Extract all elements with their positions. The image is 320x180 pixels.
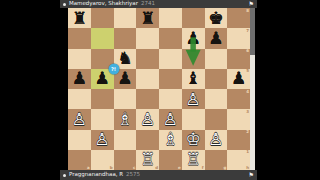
- square-e3[interactable]: ♙: [159, 109, 182, 129]
- black-king-g8[interactable]: ♚: [208, 10, 223, 27]
- square-h8[interactable]: 8: [227, 8, 250, 28]
- square-a8[interactable]: ♜: [68, 8, 91, 28]
- square-e1[interactable]: e: [159, 150, 182, 170]
- square-c2[interactable]: [114, 130, 137, 150]
- white-pawn-g2[interactable]: ♙: [208, 131, 223, 148]
- square-h1[interactable]: 1h: [227, 150, 250, 170]
- square-g8[interactable]: ♚: [205, 8, 228, 28]
- bottom-player-name[interactable]: Praggnanandhaa, R: [69, 172, 123, 178]
- square-h7[interactable]: 7: [227, 28, 250, 48]
- square-h2[interactable]: 2: [227, 130, 250, 150]
- square-h5[interactable]: 5♟: [227, 69, 250, 89]
- black-pawn-f7[interactable]: ♟: [186, 30, 201, 47]
- black-pawn-g7[interactable]: ♟: [208, 30, 223, 47]
- square-h6[interactable]: 6: [227, 49, 250, 69]
- square-b3[interactable]: [91, 109, 114, 129]
- square-g6[interactable]: [205, 49, 228, 69]
- square-d2[interactable]: [136, 130, 159, 150]
- scrollbar-track: [250, 55, 255, 170]
- square-g5[interactable]: [205, 69, 228, 89]
- square-e7[interactable]: [159, 28, 182, 48]
- square-e8[interactable]: [159, 8, 182, 28]
- top-player-bar: Mamedyarov, Shakhriyar 2741 ⚑: [60, 0, 257, 8]
- square-a2[interactable]: [68, 130, 91, 150]
- square-a1[interactable]: a: [68, 150, 91, 170]
- square-g1[interactable]: g: [205, 150, 228, 170]
- black-knight-c6[interactable]: ♞: [117, 50, 132, 67]
- square-d8[interactable]: ♜: [136, 8, 159, 28]
- white-king-f2[interactable]: ♔: [186, 131, 201, 148]
- bottom-player-rating: 2575: [126, 172, 140, 178]
- file-coordinate: b: [110, 166, 113, 170]
- square-a4[interactable]: [68, 89, 91, 109]
- square-g4[interactable]: [205, 89, 228, 109]
- square-d5[interactable]: [136, 69, 159, 89]
- black-pawn-h5[interactable]: ♟: [231, 70, 246, 87]
- square-h3[interactable]: 3: [227, 109, 250, 129]
- square-d1[interactable]: d♖: [136, 150, 159, 170]
- square-g3[interactable]: [205, 109, 228, 129]
- white-bishop-c3[interactable]: ♗: [117, 111, 132, 128]
- white-bishop-e2[interactable]: ♗: [163, 131, 178, 148]
- file-coordinate: g: [223, 166, 226, 170]
- file-coordinate: h: [246, 166, 249, 170]
- square-c1[interactable]: c: [114, 150, 137, 170]
- rank-coordinate: 1: [246, 150, 249, 154]
- square-f5[interactable]: ♝: [182, 69, 205, 89]
- square-a5[interactable]: ♟: [68, 69, 91, 89]
- rank-coordinate: 6: [246, 49, 249, 53]
- square-f6[interactable]: [182, 49, 205, 69]
- top-player-name[interactable]: Mamedyarov, Shakhriyar: [69, 1, 138, 7]
- white-pawn-d3[interactable]: ♙: [140, 111, 155, 128]
- player-color-icon: [63, 3, 66, 6]
- square-f1[interactable]: f♖: [182, 150, 205, 170]
- white-pawn-a3[interactable]: ♙: [72, 111, 87, 128]
- file-coordinate: c: [133, 166, 135, 170]
- square-c4[interactable]: [114, 89, 137, 109]
- square-e5[interactable]: [159, 69, 182, 89]
- file-coordinate: d: [155, 166, 158, 170]
- white-pawn-b2[interactable]: ♙: [95, 131, 110, 148]
- rank-coordinate: 4: [246, 90, 249, 94]
- square-c8[interactable]: [114, 8, 137, 28]
- white-pawn-e3[interactable]: ♙: [163, 111, 178, 128]
- black-rook-a8[interactable]: ♜: [72, 10, 87, 27]
- square-a7[interactable]: [68, 28, 91, 48]
- black-rook-d8[interactable]: ♜: [140, 10, 155, 27]
- white-rook-f1[interactable]: ♖: [186, 151, 201, 168]
- black-pawn-b5[interactable]: ♟: [95, 70, 110, 87]
- square-d4[interactable]: [136, 89, 159, 109]
- square-f7[interactable]: ♟: [182, 28, 205, 48]
- rank-coordinate: 3: [246, 110, 249, 114]
- square-a3[interactable]: ♙: [68, 109, 91, 129]
- square-f8[interactable]: [182, 8, 205, 28]
- square-a6[interactable]: [68, 49, 91, 69]
- square-g2[interactable]: ♙: [205, 130, 228, 150]
- square-h4[interactable]: 4: [227, 89, 250, 109]
- square-f4[interactable]: ♙: [182, 89, 205, 109]
- square-c3[interactable]: ♗: [114, 109, 137, 129]
- bottom-player-bar: Praggnanandhaa, R 2575 ⚑: [60, 170, 257, 180]
- file-coordinate: a: [87, 166, 90, 170]
- black-pawn-a5[interactable]: ♟: [72, 70, 87, 87]
- square-d7[interactable]: [136, 28, 159, 48]
- square-b4[interactable]: [91, 89, 114, 109]
- top-player-rating: 2741: [141, 1, 155, 7]
- file-coordinate: f: [202, 166, 204, 170]
- black-pawn-c5[interactable]: ♟: [117, 70, 132, 87]
- square-e6[interactable]: [159, 49, 182, 69]
- square-e2[interactable]: ♗: [159, 130, 182, 150]
- square-b1[interactable]: b: [91, 150, 114, 170]
- square-f2[interactable]: ♔: [182, 130, 205, 150]
- white-rook-d1[interactable]: ♖: [140, 151, 155, 168]
- file-coordinate: e: [178, 166, 181, 170]
- square-f3[interactable]: [182, 109, 205, 129]
- square-d3[interactable]: ♙: [136, 109, 159, 129]
- square-b7[interactable]: [91, 28, 114, 48]
- rank-coordinate: 7: [246, 29, 249, 33]
- square-c7[interactable]: [114, 28, 137, 48]
- rank-coordinate: 8: [246, 9, 249, 13]
- chess-board[interactable]: ?! ♜♜♚8♟♟7♞6♟♟♟♝5♟♙4♙♗♙♙3♙♗♔♙2abcd♖ef♖g1…: [68, 8, 250, 170]
- square-d6[interactable]: [136, 49, 159, 69]
- square-e4[interactable]: [159, 89, 182, 109]
- annotation-badge: ?!: [108, 63, 119, 74]
- rank-coordinate: 5: [246, 69, 249, 73]
- flag-icon: ⚑: [249, 172, 254, 178]
- square-b8[interactable]: [91, 8, 114, 28]
- white-pawn-f4[interactable]: ♙: [186, 91, 201, 108]
- rank-coordinate: 2: [246, 130, 249, 134]
- scrollbar[interactable]: [250, 8, 255, 170]
- black-bishop-f5[interactable]: ♝: [186, 70, 201, 87]
- scrollbar-thumb[interactable]: [250, 8, 255, 55]
- square-b2[interactable]: ♙: [91, 130, 114, 150]
- flag-icon: ⚑: [249, 1, 254, 7]
- player-color-icon: [63, 174, 66, 177]
- square-g7[interactable]: ♟: [205, 28, 228, 48]
